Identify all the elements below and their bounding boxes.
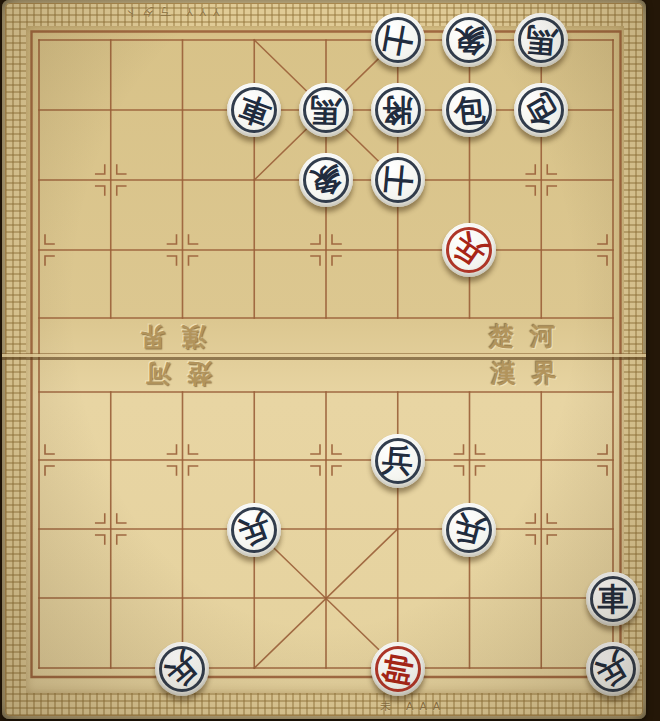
piece-black-elephant-2[interactable]: 象 [299, 153, 353, 207]
piece-black-cannon-1[interactable]: 包 [442, 83, 496, 137]
piece-black-advisor-2[interactable]: 士 [371, 153, 425, 207]
xiangqi-board[interactable]: 漢界 楚河 楚河 漢界 YYY 丂夕卜 未 AAA 士象馬車馬將包包象士兵兵兵兵… [2, 0, 646, 719]
piece-glyph-兵: 兵 [381, 444, 415, 478]
piece-black-elephant-1[interactable]: 象 [442, 13, 496, 67]
piece-glyph-包: 包 [453, 93, 487, 127]
piece-glyph-馬: 馬 [310, 94, 342, 126]
piece-red-soldier-1[interactable]: 兵 [442, 223, 496, 277]
piece-black-cannon-2[interactable]: 包 [514, 83, 568, 137]
piece-glyph-士: 士 [381, 163, 415, 197]
piece-red-general[interactable]: 帥 [371, 642, 425, 696]
piece-black-horse-2[interactable]: 馬 [299, 83, 353, 137]
piece-glyph-車: 車 [597, 584, 628, 615]
piece-black-chariot-1[interactable]: 車 [227, 83, 281, 137]
piece-black-advisor-1[interactable]: 士 [371, 13, 425, 67]
piece-black-soldier-4[interactable]: 兵 [155, 642, 209, 696]
piece-black-soldier-2[interactable]: 兵 [227, 503, 281, 557]
piece-black-soldier-5[interactable]: 兵 [586, 642, 640, 696]
piece-glyph-兵: 兵 [592, 648, 634, 690]
piece-glyph-將: 將 [382, 95, 413, 126]
piece-glyph-馬: 馬 [524, 23, 558, 57]
piece-black-soldier-3[interactable]: 兵 [442, 503, 496, 557]
piece-glyph-兵: 兵 [450, 511, 488, 549]
piece-glyph-士: 士 [380, 22, 416, 58]
piece-glyph-象: 象 [454, 25, 485, 56]
piece-glyph-兵: 兵 [234, 510, 274, 550]
piece-glyph-兵: 兵 [448, 228, 491, 271]
piece-glyph-車: 車 [234, 90, 274, 130]
piece-black-soldier-1[interactable]: 兵 [371, 434, 425, 488]
piece-black-general[interactable]: 將 [371, 83, 425, 137]
board-grid[interactable]: 士象馬車馬將包包象士兵兵兵兵車兵帥兵 [3, 5, 646, 704]
piece-black-chariot-2[interactable]: 車 [586, 572, 640, 626]
piece-glyph-兵: 兵 [161, 647, 205, 691]
piece-glyph-帥: 帥 [380, 651, 416, 687]
piece-black-horse-1[interactable]: 馬 [514, 13, 568, 67]
piece-glyph-包: 包 [520, 89, 562, 131]
piece-glyph-象: 象 [308, 162, 344, 198]
